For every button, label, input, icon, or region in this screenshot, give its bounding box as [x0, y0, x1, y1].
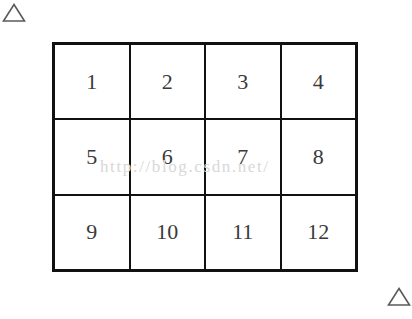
grid-cell-9: 9: [54, 195, 130, 270]
grid-cell-12: 12: [281, 195, 357, 270]
number-grid: 1 2 3 4 5 6 7 8 9 10 11 12: [52, 42, 358, 272]
grid-cell-11: 11: [205, 195, 281, 270]
grid-cell-3: 3: [205, 44, 281, 119]
triangle-icon: [2, 3, 26, 23]
diagram-canvas: 1 2 3 4 5 6 7 8 9 10 11 12 http://blog.c…: [0, 0, 412, 319]
grid-cell-10: 10: [130, 195, 206, 270]
grid-cell-6: 6: [130, 119, 206, 194]
grid-cell-1: 1: [54, 44, 130, 119]
grid-cell-4: 4: [281, 44, 357, 119]
grid-cell-2: 2: [130, 44, 206, 119]
grid-cell-8: 8: [281, 119, 357, 194]
triangle-icon: [387, 287, 411, 307]
grid-cell-5: 5: [54, 119, 130, 194]
grid-cell-7: 7: [205, 119, 281, 194]
